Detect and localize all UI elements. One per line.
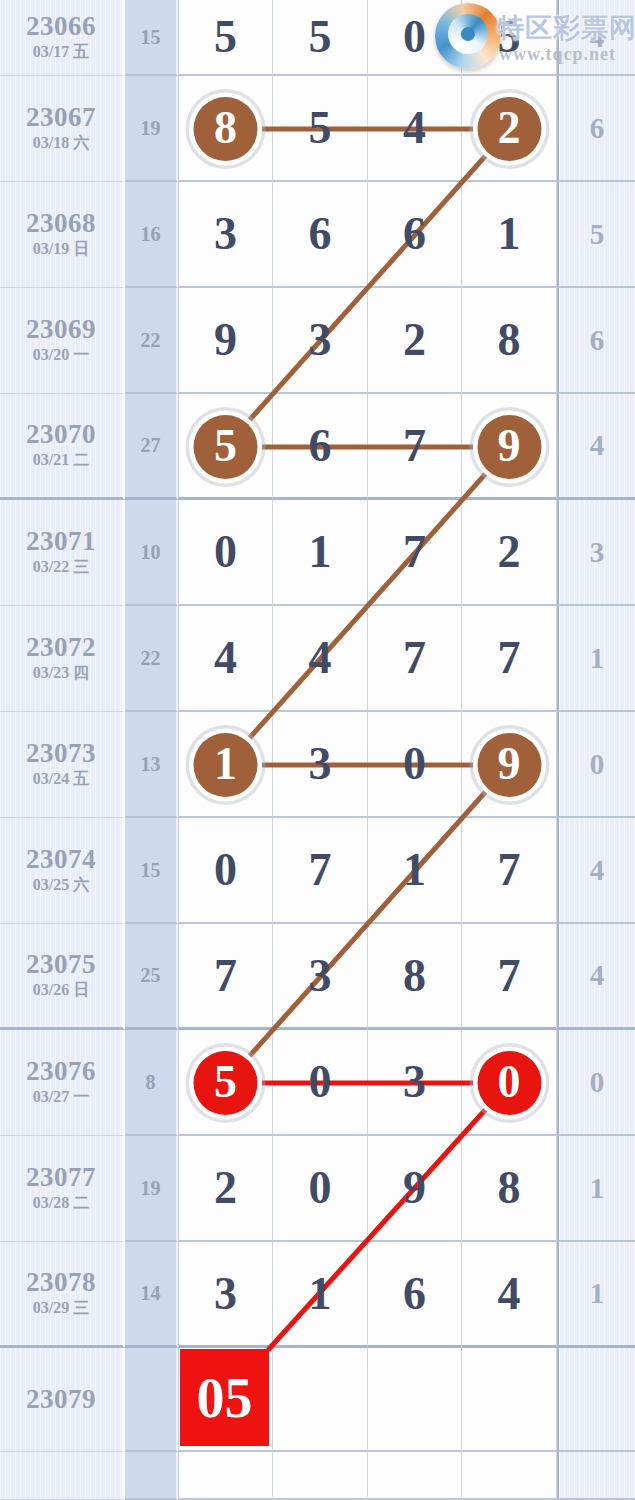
digit: 7 <box>498 953 521 999</box>
sum-cell <box>125 1348 178 1452</box>
digit: 7 <box>498 635 521 681</box>
tail-cell <box>557 1348 635 1452</box>
draw-cell: 2306703/18 六 <box>0 76 125 182</box>
draw-cell: 2306803/19 日 <box>0 182 125 288</box>
sum-cell: 13 <box>125 712 178 818</box>
sum-cell: 10 <box>125 500 178 606</box>
digit: 9 <box>403 1165 426 1211</box>
digit: 0 <box>214 529 237 575</box>
sum-value: 22 <box>141 329 161 352</box>
digit-cell: 9 <box>462 394 557 500</box>
digit: 0 <box>309 1165 332 1211</box>
sum-cell: 27 <box>125 394 178 500</box>
draw-date: 03/26 日 <box>33 980 89 1001</box>
sum-value: 14 <box>141 1282 161 1305</box>
sum-value: 10 <box>141 541 161 564</box>
draw-number: 23078 <box>26 1268 96 1296</box>
sum-cell: 14 <box>125 1242 178 1348</box>
digit: 2 <box>403 317 426 363</box>
digit: 4 <box>214 635 237 681</box>
next-draw-answer: 05 <box>197 1370 253 1426</box>
draw-cell: 2307603/27 一 <box>0 1030 125 1136</box>
tail-value: 0 <box>590 748 605 781</box>
sum-value: 15 <box>141 859 161 882</box>
digit: 1 <box>309 529 332 575</box>
digit-cell: 3 <box>273 288 368 394</box>
draw-cell: 2307103/22 三 <box>0 500 125 606</box>
sum-value: 27 <box>141 434 161 457</box>
digit: 7 <box>403 635 426 681</box>
digit-cell: 2 <box>462 500 557 606</box>
sum-cell: 15 <box>125 818 178 924</box>
digit: 0 <box>403 741 426 787</box>
digit-cell: 8 <box>178 76 273 182</box>
digit-cell: 9 <box>462 712 557 818</box>
digit: 0 <box>403 14 426 60</box>
digit-cell: 1 <box>178 712 273 818</box>
digit-cell: 6 <box>273 182 368 288</box>
digit-cell: 7 <box>368 394 462 500</box>
draw-number: 23069 <box>26 315 96 343</box>
tail-cell: 4 <box>557 394 635 500</box>
draw-number: 23077 <box>26 1163 96 1191</box>
circled-digit: 2 <box>498 105 521 151</box>
draw-cell <box>0 1452 125 1500</box>
tail-value: 4 <box>590 21 605 54</box>
tail-value: 4 <box>590 854 605 887</box>
digit: 0 <box>214 847 237 893</box>
digit-cell: 2 <box>462 76 557 182</box>
draw-cell: 2307503/26 日 <box>0 924 125 1030</box>
draw-cell: 2307403/25 六 <box>0 818 125 924</box>
sum-cell: 15 <box>125 0 178 76</box>
digit: 7 <box>403 529 426 575</box>
digit-cell: 3 <box>273 924 368 1030</box>
sum-value: 16 <box>141 223 161 246</box>
sum-cell: 25 <box>125 924 178 1030</box>
digit: 6 <box>403 1271 426 1317</box>
digit-cell <box>273 1452 368 1500</box>
tail-cell <box>557 1452 635 1500</box>
digit-cell: 3 <box>368 1030 462 1136</box>
digit-cell: 7 <box>462 924 557 1030</box>
digit: 5 <box>214 14 237 60</box>
tail-value: 4 <box>590 429 605 462</box>
digit: 2 <box>498 529 521 575</box>
tail-cell: 4 <box>557 924 635 1030</box>
draw-cell: 2306903/20 一 <box>0 288 125 394</box>
circled-digit: 8 <box>214 105 237 151</box>
draw-number: 23074 <box>26 845 96 873</box>
circled-digit: 0 <box>498 1059 521 1105</box>
digit-cell: 5 <box>273 0 368 76</box>
tail-value: 1 <box>590 642 605 675</box>
digit-cell: 9 <box>178 288 273 394</box>
digit: 9 <box>214 317 237 363</box>
digit-cell: 5 <box>273 76 368 182</box>
digit-cell: 5 <box>462 0 557 76</box>
draw-number: 23066 <box>26 12 96 40</box>
digit: 3 <box>403 1059 426 1105</box>
digit: 7 <box>403 423 426 469</box>
sum-cell: 19 <box>125 1136 178 1242</box>
sum-value: 13 <box>141 753 161 776</box>
tail-value: 1 <box>590 1277 605 1310</box>
sum-cell: 22 <box>125 606 178 712</box>
circled-digit: 5 <box>214 1059 237 1105</box>
tail-value: 1 <box>590 1172 605 1205</box>
tail-value: 4 <box>590 959 605 992</box>
digit: 3 <box>214 1271 237 1317</box>
digit: 8 <box>498 1165 521 1211</box>
digit-cell: 7 <box>368 500 462 606</box>
digit-cell: 4 <box>368 76 462 182</box>
draw-number: 23071 <box>26 527 96 555</box>
tail-cell: 0 <box>557 712 635 818</box>
digit-cell: 2 <box>178 1136 273 1242</box>
digit: 8 <box>498 317 521 363</box>
tail-value: 6 <box>590 324 605 357</box>
draw-date: 03/24 五 <box>33 769 89 790</box>
tail-cell: 0 <box>557 1030 635 1136</box>
digit: 4 <box>309 635 332 681</box>
digit-cell: 5 <box>178 1030 273 1136</box>
sum-value: 19 <box>141 117 161 140</box>
tail-cell: 6 <box>557 76 635 182</box>
digit-cell: 0 <box>273 1030 368 1136</box>
digit-cell: 2 <box>368 288 462 394</box>
draw-cell: 2307303/24 五 <box>0 712 125 818</box>
draw-cell: 2307803/29 三 <box>0 1242 125 1348</box>
draw-date: 03/27 一 <box>33 1087 89 1108</box>
digit-cell: 8 <box>462 1136 557 1242</box>
tail-cell: 3 <box>557 500 635 606</box>
digit: 8 <box>403 953 426 999</box>
circled-digit: 9 <box>498 741 521 787</box>
digit-cell: 0 <box>178 500 273 606</box>
draw-cell: 2307003/21 二 <box>0 394 125 500</box>
digit-cell: 7 <box>368 606 462 712</box>
draw-date: 03/23 四 <box>33 663 89 684</box>
tail-cell: 5 <box>557 182 635 288</box>
tail-value: 5 <box>590 218 605 251</box>
digit-cell <box>178 1452 273 1500</box>
draw-number: 23068 <box>26 209 96 237</box>
circled-digit: 5 <box>214 423 237 469</box>
draw-number: 23070 <box>26 420 96 448</box>
digit: 6 <box>403 211 426 257</box>
sum-cell: 22 <box>125 288 178 394</box>
digit-cell: 5 <box>178 0 273 76</box>
digit-cell: 7 <box>273 818 368 924</box>
draw-date: 03/21 二 <box>33 450 89 471</box>
sum-value: 22 <box>141 647 161 670</box>
digit-cell: 8 <box>368 924 462 1030</box>
digit-cell: 8 <box>462 288 557 394</box>
next-draw-answer-cell: 05 <box>180 1349 269 1446</box>
digit-cell: 4 <box>273 606 368 712</box>
digit-cell: 9 <box>368 1136 462 1242</box>
digit: 3 <box>309 953 332 999</box>
digit-cell: 1 <box>273 500 368 606</box>
tail-cell: 1 <box>557 606 635 712</box>
digit: 1 <box>403 847 426 893</box>
digit-cell: 0 <box>178 818 273 924</box>
draw-date: 03/19 日 <box>33 239 89 260</box>
digit: 5 <box>498 14 521 60</box>
digit-cell: 1 <box>462 182 557 288</box>
draw-cell: 2307703/28 二 <box>0 1136 125 1242</box>
tail-value: 6 <box>590 112 605 145</box>
digit-cell: 05 <box>178 1348 273 1452</box>
digit-cell: 4 <box>462 1242 557 1348</box>
draw-cell: 23079 <box>0 1348 125 1452</box>
tail-cell: 1 <box>557 1136 635 1242</box>
digit-cell: 5 <box>178 394 273 500</box>
digit-cell: 3 <box>178 1242 273 1348</box>
sum-value: 8 <box>146 1071 156 1094</box>
digit-cell: 0 <box>273 1136 368 1242</box>
tail-cell: 4 <box>557 0 635 76</box>
digit-cell: 6 <box>368 182 462 288</box>
digit: 1 <box>498 211 521 257</box>
sum-value: 25 <box>141 964 161 987</box>
draw-cell: 2307203/23 四 <box>0 606 125 712</box>
sum-value: 15 <box>141 26 161 49</box>
digit: 6 <box>309 423 332 469</box>
digit: 7 <box>498 847 521 893</box>
digit-cell: 0 <box>462 1030 557 1136</box>
digit-cell: 7 <box>462 606 557 712</box>
draw-date: 03/25 六 <box>33 875 89 896</box>
digit-cell <box>273 1348 368 1452</box>
digit-cell: 6 <box>273 394 368 500</box>
draw-number: 23075 <box>26 950 96 978</box>
digit: 3 <box>214 211 237 257</box>
sum-cell: 16 <box>125 182 178 288</box>
digit: 0 <box>309 1059 332 1105</box>
digit: 1 <box>309 1271 332 1317</box>
digit-cell: 7 <box>178 924 273 1030</box>
digit-cell <box>462 1348 557 1452</box>
digit-cell: 0 <box>368 0 462 76</box>
digit-cell: 1 <box>273 1242 368 1348</box>
digit-cell: 1 <box>368 818 462 924</box>
draw-date: 03/17 五 <box>33 42 89 63</box>
digit: 7 <box>214 953 237 999</box>
tail-cell: 4 <box>557 818 635 924</box>
digit-cell <box>368 1452 462 1500</box>
digit: 5 <box>309 105 332 151</box>
digit-cell: 7 <box>462 818 557 924</box>
digit: 5 <box>309 14 332 60</box>
draw-number: 23067 <box>26 103 96 131</box>
digit: 2 <box>214 1165 237 1211</box>
circled-digit: 1 <box>214 741 237 787</box>
digit-cell <box>368 1348 462 1452</box>
digit-cell: 4 <box>178 606 273 712</box>
sum-cell <box>125 1452 178 1500</box>
draw-date: 03/20 一 <box>33 345 89 366</box>
tail-cell: 1 <box>557 1242 635 1348</box>
digit-cell: 0 <box>368 712 462 818</box>
digit-cell: 3 <box>178 182 273 288</box>
chart-grid: 2306603/17 五15550542306703/18 六198542623… <box>0 0 635 1500</box>
tail-cell: 6 <box>557 288 635 394</box>
draw-date: 03/22 三 <box>33 557 89 578</box>
draw-number: 23072 <box>26 633 96 661</box>
draw-number: 23076 <box>26 1057 96 1085</box>
digit: 3 <box>309 741 332 787</box>
digit: 3 <box>309 317 332 363</box>
tail-value: 0 <box>590 1066 605 1099</box>
digit: 7 <box>309 847 332 893</box>
digit-cell: 3 <box>273 712 368 818</box>
digit-cell <box>462 1452 557 1500</box>
circled-digit: 9 <box>498 423 521 469</box>
draw-number: 23079 <box>26 1385 96 1413</box>
draw-number: 23073 <box>26 739 96 767</box>
sum-cell: 19 <box>125 76 178 182</box>
sum-value: 19 <box>141 1177 161 1200</box>
draw-date: 03/18 六 <box>33 133 89 154</box>
digit-cell: 6 <box>368 1242 462 1348</box>
draw-cell: 2306603/17 五 <box>0 0 125 76</box>
digit: 4 <box>403 105 426 151</box>
draw-date: 03/28 二 <box>33 1193 89 1214</box>
digit: 4 <box>498 1271 521 1317</box>
lottery-trend-chart: 2306603/17 五15550542306703/18 六198542623… <box>0 0 635 1500</box>
sum-cell: 8 <box>125 1030 178 1136</box>
tail-value: 3 <box>590 536 605 569</box>
digit: 6 <box>309 211 332 257</box>
draw-date: 03/29 三 <box>33 1298 89 1319</box>
